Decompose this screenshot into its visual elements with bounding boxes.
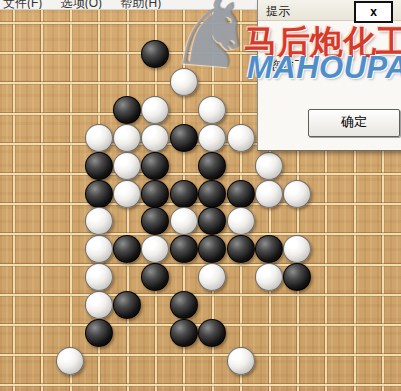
black-stone (227, 180, 255, 208)
black-stone (141, 40, 169, 68)
white-stone (141, 124, 169, 152)
black-stone (255, 235, 283, 263)
grid-line-horizontal (0, 203, 401, 205)
black-stone (198, 152, 226, 180)
white-stone (283, 235, 311, 263)
black-stone (227, 235, 255, 263)
black-stone (198, 319, 226, 347)
ok-button[interactable]: 确定 (308, 109, 400, 137)
white-stone (85, 235, 113, 263)
grid-line-vertical (70, 10, 72, 391)
grid-line-vertical (13, 10, 15, 391)
black-stone (170, 124, 198, 152)
white-stone (141, 235, 169, 263)
black-stone (141, 180, 169, 208)
white-stone (198, 96, 226, 124)
white-stone (227, 347, 255, 375)
black-stone (170, 291, 198, 319)
dialog-message: 您输了. (270, 57, 309, 74)
message-dialog: 提示 x 您输了. 确定 (257, 0, 401, 151)
black-stone (170, 319, 198, 347)
grid-line-horizontal (0, 294, 401, 296)
white-stone (85, 291, 113, 319)
black-stone (113, 235, 141, 263)
white-stone (85, 207, 113, 235)
white-stone (227, 207, 255, 235)
grid-line-horizontal (0, 384, 401, 386)
dialog-title-bar: 提示 x (258, 0, 401, 21)
white-stone (255, 180, 283, 208)
white-stone (85, 263, 113, 291)
black-stone (113, 291, 141, 319)
white-stone (113, 124, 141, 152)
grid-line-vertical (41, 10, 43, 391)
close-icon[interactable]: x (354, 1, 393, 23)
white-stone (85, 124, 113, 152)
grid-line-horizontal (0, 264, 401, 266)
white-stone (198, 263, 226, 291)
menu-item-help[interactable]: 帮助(H) (121, 0, 162, 10)
white-stone (113, 152, 141, 180)
black-stone (198, 207, 226, 235)
black-stone (198, 180, 226, 208)
white-stone (170, 68, 198, 96)
black-stone (141, 263, 169, 291)
white-stone (113, 180, 141, 208)
gomoku-app-window: 文件(F) 选项(O) 帮助(H) 提示 x 您输了. 确定 ♞ 马后炮化工 M… (0, 0, 401, 391)
black-stone (170, 235, 198, 263)
white-stone (255, 152, 283, 180)
grid-line-horizontal (0, 233, 401, 235)
white-stone (227, 124, 255, 152)
black-stone (85, 180, 113, 208)
white-stone (283, 180, 311, 208)
white-stone (170, 207, 198, 235)
white-stone (141, 96, 169, 124)
black-stone (85, 319, 113, 347)
black-stone (141, 152, 169, 180)
black-stone (170, 180, 198, 208)
dialog-title: 提示 (266, 3, 290, 20)
white-stone (255, 263, 283, 291)
white-stone (198, 124, 226, 152)
black-stone (141, 207, 169, 235)
menu-item-options[interactable]: 选项(O) (61, 0, 102, 10)
black-stone (85, 152, 113, 180)
white-stone (56, 347, 84, 375)
black-stone (198, 235, 226, 263)
menu-item-file[interactable]: 文件(F) (3, 0, 42, 10)
black-stone (283, 263, 311, 291)
black-stone (113, 96, 141, 124)
